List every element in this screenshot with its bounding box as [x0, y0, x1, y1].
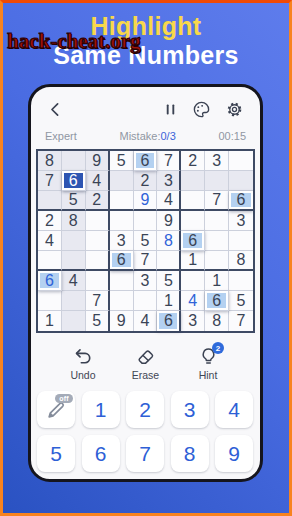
cell-r1c1[interactable]: 8: [38, 151, 62, 171]
cell-r3c9[interactable]: 6: [229, 191, 253, 211]
erase-label: Erase: [132, 369, 159, 381]
game-card: Expert Mistake:0/3 00:15 895672376423529…: [28, 84, 263, 482]
cell-r1c4[interactable]: 5: [110, 151, 134, 171]
cell-r1c8[interactable]: 3: [205, 151, 229, 171]
cell-r1c2[interactable]: [62, 151, 86, 171]
gear-icon: [225, 100, 244, 119]
chevron-left-icon: [47, 101, 64, 118]
cell-r7c3[interactable]: [86, 271, 110, 291]
cell-r5c6[interactable]: 8: [157, 231, 181, 251]
cell-r4c8[interactable]: [205, 211, 229, 231]
cell-r8c6[interactable]: 1: [157, 291, 181, 311]
pause-button[interactable]: [163, 101, 178, 118]
cell-r7c4[interactable]: [110, 271, 134, 291]
cell-r9c8[interactable]: 8: [205, 311, 229, 331]
cell-r6c9[interactable]: 8: [229, 251, 253, 271]
palette-icon: [192, 100, 211, 119]
undo-icon: [73, 346, 94, 367]
cell-r4c2[interactable]: 8: [62, 211, 86, 231]
cell-r5c7[interactable]: 6: [181, 231, 205, 251]
pause-icon: [163, 101, 178, 118]
cell-r1c5[interactable]: 6: [134, 151, 158, 171]
hint-label: Hint: [199, 369, 218, 381]
cell-r2c1[interactable]: 7: [38, 171, 62, 191]
numpad-key-2[interactable]: 2: [126, 391, 164, 428]
cell-r5c4[interactable]: 3: [110, 231, 134, 251]
mistake-counter: Mistake:0/3: [77, 130, 219, 142]
settings-button[interactable]: [225, 100, 244, 119]
cell-r4c1[interactable]: 2: [38, 211, 62, 231]
cell-r2c4[interactable]: [110, 171, 134, 191]
cell-r3c8[interactable]: 7: [205, 191, 229, 211]
cell-r4c6[interactable]: 9: [157, 211, 181, 231]
cell-r9c6[interactable]: 6: [157, 311, 181, 331]
cell-r5c9[interactable]: [229, 231, 253, 251]
cell-r9c9[interactable]: 7: [229, 311, 253, 331]
cell-r6c1[interactable]: [38, 251, 62, 271]
numpad-key-6[interactable]: 6: [82, 435, 120, 472]
cell-r8c5[interactable]: [134, 291, 158, 311]
cell-r7c2[interactable]: 4: [62, 271, 86, 291]
cell-r4c7[interactable]: [181, 211, 205, 231]
numpad-key-7[interactable]: 7: [126, 435, 164, 472]
cell-r7c6[interactable]: 5: [157, 271, 181, 291]
app-screen: hack-cheat.org Highlight Same Numbers: [0, 0, 292, 516]
numpad-key-5[interactable]: 5: [37, 435, 75, 472]
cell-r3c4[interactable]: [110, 191, 134, 211]
cell-r7c5[interactable]: 3: [134, 271, 158, 291]
cell-r5c2[interactable]: [62, 231, 86, 251]
cell-r6c7[interactable]: 1: [181, 251, 205, 271]
cell-r4c4[interactable]: [110, 211, 134, 231]
numpad-key-3[interactable]: 3: [171, 391, 209, 428]
cell-r3c7[interactable]: [181, 191, 205, 211]
cell-r9c1[interactable]: 1: [38, 311, 62, 331]
cell-r9c4[interactable]: 9: [110, 311, 134, 331]
cell-r1c6[interactable]: 7: [157, 151, 181, 171]
cell-r9c3[interactable]: 5: [86, 311, 110, 331]
cell-r3c5[interactable]: 9: [134, 191, 158, 211]
numpad-row-2: 56789: [37, 435, 254, 472]
erase-button[interactable]: Erase: [124, 346, 168, 381]
cell-r2c8[interactable]: [205, 171, 229, 191]
cell-r8c1[interactable]: [38, 291, 62, 311]
cell-r3c3[interactable]: 2: [86, 191, 110, 211]
cell-r4c3[interactable]: [86, 211, 110, 231]
cell-r6c4[interactable]: 6: [110, 251, 134, 271]
cell-r2c2[interactable]: 6: [62, 171, 86, 191]
cell-r3c6[interactable]: 4: [157, 191, 181, 211]
tools-bar: Undo Erase 2 Hint: [37, 346, 254, 381]
cell-r6c8[interactable]: [205, 251, 229, 271]
cell-r4c5[interactable]: [134, 211, 158, 231]
cell-r6c3[interactable]: [86, 251, 110, 271]
cell-r1c9[interactable]: [229, 151, 253, 171]
cell-r7c8[interactable]: 1: [205, 271, 229, 291]
cell-r8c4[interactable]: [110, 291, 134, 311]
undo-label: Undo: [70, 369, 95, 381]
pencil-state-badge: off: [55, 394, 73, 403]
numpad-key-8[interactable]: 8: [171, 435, 209, 472]
cell-r9c2[interactable]: [62, 311, 86, 331]
numpad-key-9[interactable]: 9: [215, 435, 253, 472]
cell-r1c7[interactable]: 2: [181, 151, 205, 171]
hint-badge: 2: [212, 342, 224, 354]
pencil-toggle-button[interactable]: off: [37, 391, 75, 428]
cell-r3c2[interactable]: 5: [62, 191, 86, 211]
cell-r7c9[interactable]: [229, 271, 253, 291]
eraser-icon: [135, 346, 156, 367]
cell-r2c7[interactable]: [181, 171, 205, 191]
status-bar: Expert Mistake:0/3 00:15: [37, 130, 254, 142]
cell-r8c7[interactable]: 4: [181, 291, 205, 311]
cell-r8c8[interactable]: 6: [205, 291, 229, 311]
cell-r8c3[interactable]: 7: [86, 291, 110, 311]
cell-r7c1[interactable]: 6: [38, 271, 62, 291]
cell-r7c7[interactable]: [181, 271, 205, 291]
cell-r4c9[interactable]: 3: [229, 211, 253, 231]
cell-r2c9[interactable]: [229, 171, 253, 191]
cell-r2c5[interactable]: 2: [134, 171, 158, 191]
cell-r5c3[interactable]: [86, 231, 110, 251]
cell-r1c3[interactable]: 9: [86, 151, 110, 171]
cell-r6c5[interactable]: 7: [134, 251, 158, 271]
cell-r3c1[interactable]: [38, 191, 62, 211]
cell-r2c6[interactable]: 3: [157, 171, 181, 191]
numpad-key-4[interactable]: 4: [215, 391, 253, 428]
cell-r5c8[interactable]: [205, 231, 229, 251]
hint-button[interactable]: 2 Hint: [186, 346, 230, 381]
number-pad: off 1234 56789: [37, 391, 254, 479]
cell-r5c1[interactable]: 4: [38, 231, 62, 251]
timer: 00:15: [218, 130, 246, 142]
cell-r8c9[interactable]: 5: [229, 291, 253, 311]
difficulty-label: Expert: [45, 130, 77, 142]
numpad-row-1: off 1234: [37, 391, 254, 428]
watermark: hack-cheat.org: [7, 29, 141, 54]
theme-button[interactable]: [192, 100, 211, 119]
cell-r6c6[interactable]: [157, 251, 181, 271]
header-bar: [37, 100, 254, 119]
undo-button[interactable]: Undo: [61, 346, 105, 381]
back-button[interactable]: [47, 101, 64, 118]
cell-r9c7[interactable]: 3: [181, 311, 205, 331]
cell-r8c2[interactable]: [62, 291, 86, 311]
cell-r6c2[interactable]: [62, 251, 86, 271]
cell-r9c5[interactable]: 4: [134, 311, 158, 331]
cell-r5c5[interactable]: 5: [134, 231, 158, 251]
cell-r2c3[interactable]: 4: [86, 171, 110, 191]
sudoku-grid: 8956723764235294762893435866718643517146…: [36, 149, 255, 333]
numpad-key-1[interactable]: 1: [82, 391, 120, 428]
